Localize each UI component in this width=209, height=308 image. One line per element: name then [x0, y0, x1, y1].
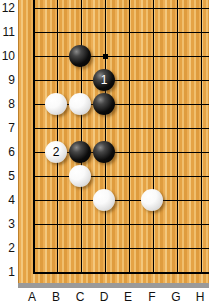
intersection-C9[interactable]: [68, 68, 92, 92]
white-stone-C8: [69, 93, 91, 115]
intersection-A10[interactable]: [20, 44, 44, 68]
move-number-label: 2: [53, 146, 60, 158]
intersection-B8[interactable]: [44, 92, 68, 116]
column-label-B: B: [47, 289, 65, 305]
column-label-D: D: [95, 289, 113, 305]
intersection-H9[interactable]: [188, 68, 209, 92]
intersection-H3[interactable]: [188, 212, 209, 236]
intersection-C8[interactable]: [68, 92, 92, 116]
intersection-D3[interactable]: [92, 212, 116, 236]
white-stone-F4: [141, 189, 163, 211]
intersection-B12[interactable]: [44, 0, 68, 20]
intersection-H12[interactable]: [188, 0, 209, 20]
intersection-B6[interactable]: 2: [44, 140, 68, 164]
intersection-E1[interactable]: [116, 260, 140, 283]
intersection-E11[interactable]: [116, 20, 140, 44]
intersection-B2[interactable]: [44, 236, 68, 260]
black-stone-D8: [93, 93, 115, 115]
intersection-C7[interactable]: [68, 116, 92, 140]
intersection-F12[interactable]: [140, 0, 164, 20]
intersection-F5[interactable]: [140, 164, 164, 188]
intersection-F2[interactable]: [140, 236, 164, 260]
black-stone-D6: [93, 141, 115, 163]
intersection-B4[interactable]: [44, 188, 68, 212]
row-label-7: 7: [0, 120, 15, 136]
intersection-C6[interactable]: [68, 140, 92, 164]
row-label-3: 3: [0, 216, 15, 232]
row-label-11: 11: [0, 24, 15, 40]
intersection-G3[interactable]: [164, 212, 188, 236]
white-stone-C5: [69, 165, 91, 187]
row-label-8: 8: [0, 96, 15, 112]
intersection-A7[interactable]: [20, 116, 44, 140]
row-label-5: 5: [0, 168, 15, 184]
intersection-B7[interactable]: [44, 116, 68, 140]
intersection-H1[interactable]: [188, 260, 209, 283]
intersection-D4[interactable]: [92, 188, 116, 212]
intersection-A8[interactable]: [20, 92, 44, 116]
intersection-H4[interactable]: [188, 188, 209, 212]
intersection-B10[interactable]: [44, 44, 68, 68]
row-label-12: 12: [0, 0, 15, 16]
intersection-G11[interactable]: [164, 20, 188, 44]
intersection-G5[interactable]: [164, 164, 188, 188]
intersection-G7[interactable]: [164, 116, 188, 140]
intersection-A11[interactable]: [20, 20, 44, 44]
intersection-A5[interactable]: [20, 164, 44, 188]
intersection-D6[interactable]: [92, 140, 116, 164]
intersection-C1[interactable]: [68, 260, 92, 283]
move-number-label: 1: [101, 74, 108, 86]
intersection-E10[interactable]: [116, 44, 140, 68]
intersection-B1[interactable]: [44, 260, 68, 283]
intersection-G6[interactable]: [164, 140, 188, 164]
column-label-E: E: [119, 289, 137, 305]
intersection-F9[interactable]: [140, 68, 164, 92]
column-label-C: C: [71, 289, 89, 305]
go-board[interactable]: 12: [18, 0, 209, 283]
intersection-D8[interactable]: [92, 92, 116, 116]
intersection-E2[interactable]: [116, 236, 140, 260]
intersection-E4[interactable]: [116, 188, 140, 212]
intersection-E8[interactable]: [116, 92, 140, 116]
row-label-2: 2: [0, 240, 15, 256]
intersection-A4[interactable]: [20, 188, 44, 212]
intersection-D10[interactable]: [92, 44, 116, 68]
intersection-E12[interactable]: [116, 0, 140, 20]
intersection-F1[interactable]: [140, 260, 164, 283]
intersection-G10[interactable]: [164, 44, 188, 68]
intersection-G12[interactable]: [164, 0, 188, 20]
intersection-E3[interactable]: [116, 212, 140, 236]
intersection-H7[interactable]: [188, 116, 209, 140]
intersection-F11[interactable]: [140, 20, 164, 44]
intersection-F10[interactable]: [140, 44, 164, 68]
intersection-B11[interactable]: [44, 20, 68, 44]
intersection-A1[interactable]: [20, 260, 44, 283]
row-label-9: 9: [0, 72, 15, 88]
white-stone-B6: 2: [45, 141, 67, 163]
row-label-6: 6: [0, 144, 15, 160]
intersection-F3[interactable]: [140, 212, 164, 236]
intersection-B9[interactable]: [44, 68, 68, 92]
intersection-C11[interactable]: [68, 20, 92, 44]
intersection-C4[interactable]: [68, 188, 92, 212]
intersection-grid: 12: [20, 0, 209, 283]
black-stone-D9: 1: [93, 69, 115, 91]
row-label-4: 4: [0, 192, 15, 208]
intersection-D11[interactable]: [92, 20, 116, 44]
intersection-D9[interactable]: 1: [92, 68, 116, 92]
intersection-D5[interactable]: [92, 164, 116, 188]
column-label-F: F: [143, 289, 161, 305]
intersection-E5[interactable]: [116, 164, 140, 188]
intersection-H8[interactable]: [188, 92, 209, 116]
white-stone-D4: [93, 189, 115, 211]
intersection-C10[interactable]: [68, 44, 92, 68]
intersection-E9[interactable]: [116, 68, 140, 92]
intersection-E6[interactable]: [116, 140, 140, 164]
intersection-F7[interactable]: [140, 116, 164, 140]
intersection-C2[interactable]: [68, 236, 92, 260]
intersection-D7[interactable]: [92, 116, 116, 140]
intersection-G2[interactable]: [164, 236, 188, 260]
intersection-H11[interactable]: [188, 20, 209, 44]
intersection-F4[interactable]: [140, 188, 164, 212]
intersection-G4[interactable]: [164, 188, 188, 212]
column-label-A: A: [23, 289, 41, 305]
intersection-G9[interactable]: [164, 68, 188, 92]
row-label-10: 10: [0, 48, 15, 64]
intersection-H2[interactable]: [188, 236, 209, 260]
black-stone-C6: [69, 141, 91, 163]
black-stone-C10: [69, 45, 91, 67]
intersection-H5[interactable]: [188, 164, 209, 188]
go-diagram: 12 121110987654321 ABCDEFGH: [0, 0, 209, 308]
intersection-D2[interactable]: [92, 236, 116, 260]
intersection-F6[interactable]: [140, 140, 164, 164]
intersection-C5[interactable]: [68, 164, 92, 188]
intersection-B3[interactable]: [44, 212, 68, 236]
intersection-H6[interactable]: [188, 140, 209, 164]
column-label-H: H: [191, 289, 209, 305]
intersection-C3[interactable]: [68, 212, 92, 236]
board-drop-shadow: [18, 283, 209, 288]
intersection-B5[interactable]: [44, 164, 68, 188]
intersection-F8[interactable]: [140, 92, 164, 116]
intersection-D12[interactable]: [92, 0, 116, 20]
intersection-A12[interactable]: [20, 0, 44, 20]
intersection-G8[interactable]: [164, 92, 188, 116]
intersection-G1[interactable]: [164, 260, 188, 283]
white-stone-B8: [45, 93, 67, 115]
intersection-A2[interactable]: [20, 236, 44, 260]
intersection-E7[interactable]: [116, 116, 140, 140]
intersection-H10[interactable]: [188, 44, 209, 68]
intersection-A3[interactable]: [20, 212, 44, 236]
column-label-G: G: [167, 289, 185, 305]
intersection-A9[interactable]: [20, 68, 44, 92]
intersection-A6[interactable]: [20, 140, 44, 164]
intersection-C12[interactable]: [68, 0, 92, 20]
row-label-1: 1: [0, 264, 15, 280]
intersection-D1[interactable]: [92, 260, 116, 283]
